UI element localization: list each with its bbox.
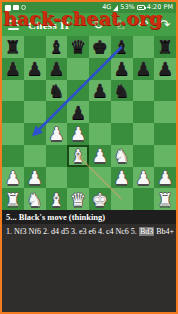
square-b1[interactable]: ♞ (24, 188, 46, 210)
square-b2[interactable]: ♟ (24, 167, 46, 189)
rotate-board-icon[interactable]: ↻ (93, 18, 104, 31)
white-knight-f3: ♞ (114, 145, 130, 166)
knight-piece-icon[interactable]: ♘ (115, 18, 127, 31)
empty-area (2, 239, 176, 312)
clock-time: 4:20 PM (147, 2, 173, 13)
moves-after: Bb4+ * (154, 227, 178, 236)
square-h3[interactable] (154, 145, 176, 167)
square-e1[interactable]: ♚ (89, 188, 111, 210)
square-g8[interactable] (133, 36, 155, 58)
black-bishop-f8: ♝ (114, 36, 130, 57)
move-list[interactable]: 1. Nf3 Nf6 2. d4 d5 3. e3 e6 4. c4 Nc6 5… (2, 224, 176, 239)
square-c8[interactable]: ♝ (46, 36, 68, 58)
engine-status-line: 5... Black's move (thinking) (2, 210, 176, 224)
square-e8[interactable]: ♚ (89, 36, 111, 58)
square-a8[interactable]: ♜ (2, 36, 24, 58)
square-g2[interactable]: ♟ (133, 167, 155, 189)
app-title-bar: Chess II ↻ ♘ ↶ ↷ (2, 13, 176, 36)
black-king-e8: ♚ (92, 36, 108, 57)
square-d5[interactable]: ♟ (67, 101, 89, 123)
square-c1[interactable]: ♝ (46, 188, 68, 210)
redo-icon[interactable]: ↷ (159, 18, 170, 31)
square-d8[interactable]: ♛ (67, 36, 89, 58)
black-pawn-g7: ♟ (135, 58, 151, 79)
square-f2[interactable]: ♟ (111, 167, 133, 189)
black-rook-a8: ♜ (5, 36, 21, 57)
square-f3[interactable]: ♞ (111, 145, 133, 167)
square-c2[interactable] (46, 167, 68, 189)
square-b7[interactable]: ♟ (24, 58, 46, 80)
black-pawn-c7: ♟ (48, 58, 64, 79)
square-e3[interactable]: ♟ (89, 145, 111, 167)
square-h5[interactable] (154, 101, 176, 123)
square-e6[interactable]: ♟ (89, 80, 111, 102)
square-g5[interactable] (133, 101, 155, 123)
battery-percent: 53% (120, 2, 134, 13)
square-d4[interactable]: ♟ (67, 123, 89, 145)
battery-icon (137, 5, 145, 10)
square-a7[interactable]: ♟ (2, 58, 24, 80)
white-pawn-d4: ♟ (70, 123, 86, 144)
square-a1[interactable]: ♜ (2, 188, 24, 210)
square-d7[interactable] (67, 58, 89, 80)
square-g3[interactable] (133, 145, 155, 167)
black-bishop-c8: ♝ (48, 36, 64, 57)
square-b5[interactable] (24, 101, 46, 123)
white-rook-a1: ♜ (5, 189, 21, 210)
square-f4[interactable] (111, 123, 133, 145)
square-f8[interactable]: ♝ (111, 36, 133, 58)
square-h6[interactable] (154, 80, 176, 102)
notification-icons (5, 5, 26, 11)
square-b4[interactable] (24, 123, 46, 145)
white-pawn-b2: ♟ (27, 167, 43, 188)
moves-before: 1. Nf3 Nf6 2. d4 d5 3. e3 e6 4. c4 Nc6 5… (6, 227, 139, 236)
white-king-e1: ♚ (92, 189, 108, 210)
white-queen-d1: ♛ (70, 189, 86, 210)
white-pawn-h2: ♟ (157, 167, 173, 188)
square-a6[interactable] (2, 80, 24, 102)
white-bishop-d3: ♝ (70, 145, 86, 166)
square-h7[interactable]: ♟ (154, 58, 176, 80)
white-pawn-c4: ♟ (48, 123, 64, 144)
square-g4[interactable] (133, 123, 155, 145)
square-e4[interactable] (89, 123, 111, 145)
highlighted-move[interactable]: Bd3 (139, 227, 154, 236)
square-h8[interactable]: ♜ (154, 36, 176, 58)
square-d2[interactable] (67, 167, 89, 189)
app-window: hack-cheat.org 4G 53% 4:20 PM Chess II ↻… (0, 0, 178, 314)
black-queen-d8: ♛ (70, 36, 86, 57)
square-g1[interactable] (133, 188, 155, 210)
chess-board[interactable]: ♜♝♛♚♝♜♟♟♟♟♟♟♞♟♞♟♟♟♝♟♞♟♟♟♟♟♜♞♝♛♚♜ (2, 36, 176, 210)
square-e5[interactable] (89, 101, 111, 123)
white-pawn-g2: ♟ (135, 167, 151, 188)
menu-icon[interactable] (8, 20, 19, 30)
square-b3[interactable] (24, 145, 46, 167)
square-b8[interactable] (24, 36, 46, 58)
square-c4[interactable]: ♟ (46, 123, 68, 145)
black-pawn-f7: ♟ (114, 58, 130, 79)
white-pawn-f2: ♟ (114, 167, 130, 188)
white-knight-b1: ♞ (27, 189, 43, 210)
square-f6[interactable]: ♞ (111, 80, 133, 102)
black-rook-h8: ♜ (157, 36, 173, 57)
square-c7[interactable]: ♟ (46, 58, 68, 80)
white-pawn-e3: ♟ (92, 145, 108, 166)
square-e7[interactable] (89, 58, 111, 80)
white-rook-h1: ♜ (157, 189, 173, 210)
square-h1[interactable]: ♜ (154, 188, 176, 210)
square-a4[interactable] (2, 123, 24, 145)
square-c3[interactable] (46, 145, 68, 167)
square-f7[interactable]: ♟ (111, 58, 133, 80)
square-g6[interactable] (133, 80, 155, 102)
black-pawn-a7: ♟ (5, 58, 21, 79)
square-h4[interactable] (154, 123, 176, 145)
message-notification-icon (13, 5, 19, 10)
black-pawn-h7: ♟ (157, 58, 173, 79)
black-knight-c6: ♞ (48, 80, 64, 101)
network-label: 4G (102, 2, 111, 13)
square-c5[interactable] (46, 101, 68, 123)
status-indicators: 4G 53% 4:20 PM (102, 2, 173, 13)
black-pawn-d5: ♟ (70, 102, 86, 123)
square-g7[interactable]: ♟ (133, 58, 155, 80)
square-a3[interactable] (2, 145, 24, 167)
square-b6[interactable] (24, 80, 46, 102)
square-f1[interactable] (111, 188, 133, 210)
black-pawn-e6: ♟ (92, 80, 108, 101)
square-f5[interactable] (111, 101, 133, 123)
square-d3[interactable]: ♝ (67, 145, 89, 167)
white-bishop-c1: ♝ (48, 189, 64, 210)
square-a5[interactable] (2, 101, 24, 123)
undo-icon[interactable]: ↶ (137, 18, 148, 31)
square-d6[interactable] (67, 80, 89, 102)
square-a2[interactable]: ♟ (2, 167, 24, 189)
board-area: ♜♝♛♚♝♜♟♟♟♟♟♟♞♟♞♟♟♟♝♟♞♟♟♟♟♟♜♞♝♛♚♜ (2, 36, 176, 210)
signal-icon (113, 5, 118, 11)
square-c6[interactable]: ♞ (46, 80, 68, 102)
square-h2[interactable]: ♟ (154, 167, 176, 189)
square-e2[interactable] (89, 167, 111, 189)
photo-notification-icon (5, 5, 11, 11)
circle-notification-icon (21, 5, 26, 10)
android-status-bar: 4G 53% 4:20 PM (2, 2, 176, 13)
black-knight-f6: ♞ (114, 80, 130, 101)
white-pawn-a2: ♟ (5, 167, 21, 188)
black-pawn-b7: ♟ (27, 58, 43, 79)
app-title: Chess II (28, 19, 69, 31)
square-d1[interactable]: ♛ (67, 188, 89, 210)
